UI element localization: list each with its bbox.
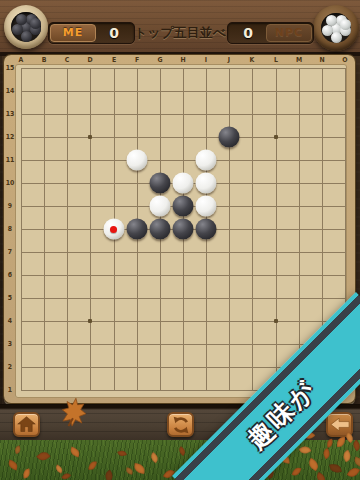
row-label: 2 <box>7 364 11 371</box>
bowl-stone <box>331 32 342 43</box>
page-title: トップ五目並べ <box>120 24 240 42</box>
row-label: 8 <box>7 226 11 233</box>
npc-score-panel: 0 NPC <box>227 22 314 44</box>
last-move-marker <box>110 226 117 233</box>
column-label: I <box>205 56 207 63</box>
column-label: A <box>19 56 24 63</box>
stone-white-I9 <box>196 196 217 217</box>
row-label: 4 <box>7 318 11 325</box>
top-bar: ME 0 トップ五目並べ 0 NPC <box>0 0 360 56</box>
grid-line-h <box>21 275 346 276</box>
stone-white-I11 <box>196 150 217 171</box>
row-label: 12 <box>5 134 14 141</box>
stone-black-H8 <box>172 219 193 240</box>
white-stones-bowl <box>313 5 359 51</box>
row-label: 11 <box>5 157 14 164</box>
bowl-stone <box>30 18 41 29</box>
column-label: B <box>42 56 47 63</box>
stone-black-G10 <box>149 173 170 194</box>
column-label: J <box>228 56 230 63</box>
npc-score: 0 <box>231 24 265 42</box>
row-label: 7 <box>7 249 11 256</box>
refresh-icon <box>171 415 191 435</box>
restart-button[interactable] <box>167 412 194 437</box>
bowl-stone <box>326 15 337 26</box>
column-label: D <box>88 56 93 63</box>
row-label: 5 <box>7 295 11 302</box>
grid-line-v <box>299 68 300 390</box>
column-label: O <box>342 56 347 63</box>
stone-white-H10 <box>172 173 193 194</box>
column-label: K <box>250 56 255 63</box>
stone-white-G9 <box>149 196 170 217</box>
column-label: L <box>274 56 278 63</box>
stone-black-I8 <box>196 219 217 240</box>
black-stones-bowl <box>4 5 48 49</box>
star-point <box>88 135 92 139</box>
home-button[interactable] <box>13 412 40 437</box>
stone-black-H9 <box>172 196 193 217</box>
grid-line-h <box>21 344 346 345</box>
column-label: N <box>319 56 324 63</box>
grid-line-v <box>252 68 253 390</box>
board-grid[interactable] <box>15 64 347 398</box>
white-stones-bowl-inside <box>321 13 351 43</box>
row-label: 9 <box>7 203 11 210</box>
row-label: 13 <box>5 111 14 118</box>
stone-white-F11 <box>126 150 147 171</box>
bowl-stone <box>340 19 351 30</box>
column-label: E <box>111 56 115 63</box>
star-point <box>274 319 278 323</box>
stone-black-J12 <box>219 127 240 148</box>
row-label: 3 <box>7 341 11 348</box>
grid-line-h <box>21 321 346 322</box>
grid-line-v <box>276 68 277 390</box>
grid-line-h <box>21 252 346 253</box>
column-label: C <box>65 56 70 63</box>
bowl-stone <box>16 14 27 25</box>
undo-arrow-icon <box>330 417 350 432</box>
row-label: 10 <box>5 180 14 187</box>
star-point <box>274 135 278 139</box>
grid-line-v <box>229 68 230 390</box>
stone-white-E8 <box>103 219 124 240</box>
stone-black-G8 <box>149 219 170 240</box>
black-stones-bowl-inside <box>11 12 41 42</box>
row-label: 14 <box>5 88 14 95</box>
star-point <box>88 319 92 323</box>
bowl-stone <box>21 31 32 42</box>
column-label: M <box>296 56 302 63</box>
npc-player-button[interactable]: NPC <box>266 24 312 42</box>
home-icon <box>16 414 37 435</box>
row-label: 1 <box>7 387 11 394</box>
row-label: 15 <box>5 65 14 72</box>
stone-black-F8 <box>126 219 147 240</box>
grid-line-h <box>21 298 346 299</box>
row-label: 6 <box>7 272 11 279</box>
column-label: F <box>135 56 139 63</box>
stone-white-I10 <box>196 173 217 194</box>
column-label: H <box>180 56 185 63</box>
column-label: G <box>157 56 162 63</box>
maple-leaf-decoration <box>59 398 87 428</box>
me-player-button[interactable]: ME <box>50 24 96 42</box>
